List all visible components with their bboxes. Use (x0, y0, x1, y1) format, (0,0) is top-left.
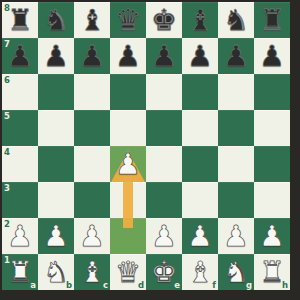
piece-black-rook[interactable]: ♜ (7, 6, 33, 35)
square-d7[interactable]: ♟ (110, 38, 146, 74)
square-d6[interactable] (110, 74, 146, 110)
square-g3[interactable] (218, 182, 254, 218)
piece-white-knight[interactable]: ♞ (43, 258, 69, 287)
piece-white-pawn[interactable]: ♟ (7, 222, 33, 251)
square-e3[interactable] (146, 182, 182, 218)
square-f2[interactable]: ♟ (182, 218, 218, 254)
piece-black-knight[interactable]: ♞ (43, 6, 69, 35)
square-b5[interactable] (38, 110, 74, 146)
square-h5[interactable] (254, 110, 290, 146)
square-e7[interactable]: ♟ (146, 38, 182, 74)
piece-black-pawn[interactable]: ♟ (79, 42, 105, 71)
square-e8[interactable]: ♚ (146, 2, 182, 38)
square-b2[interactable]: ♟ (38, 218, 74, 254)
square-h2[interactable]: ♟ (254, 218, 290, 254)
piece-white-pawn[interactable]: ♟ (79, 222, 105, 251)
piece-white-pawn[interactable]: ♟ (115, 150, 141, 179)
piece-black-pawn[interactable]: ♟ (223, 42, 249, 71)
piece-white-pawn[interactable]: ♟ (223, 222, 249, 251)
square-c3[interactable] (74, 182, 110, 218)
square-c5[interactable] (74, 110, 110, 146)
piece-black-pawn[interactable]: ♟ (43, 42, 69, 71)
square-d4[interactable]: ♟ (110, 146, 146, 182)
square-h4[interactable] (254, 146, 290, 182)
square-a5[interactable]: 5 (2, 110, 38, 146)
square-g4[interactable] (218, 146, 254, 182)
square-h6[interactable] (254, 74, 290, 110)
piece-white-rook[interactable]: ♜ (7, 258, 33, 287)
rank-label-5: 5 (4, 112, 10, 121)
square-a4[interactable]: 4 (2, 146, 38, 182)
square-d3[interactable] (110, 182, 146, 218)
square-b1[interactable]: b♞ (38, 254, 74, 290)
piece-white-pawn[interactable]: ♟ (187, 222, 213, 251)
piece-black-rook[interactable]: ♜ (259, 6, 285, 35)
square-c8[interactable]: ♝ (74, 2, 110, 38)
piece-white-pawn[interactable]: ♟ (259, 222, 285, 251)
square-a8[interactable]: 8♜ (2, 2, 38, 38)
rank-label-4: 4 (4, 148, 10, 157)
piece-white-bishop[interactable]: ♝ (187, 258, 213, 287)
square-b4[interactable] (38, 146, 74, 182)
piece-black-pawn[interactable]: ♟ (151, 42, 177, 71)
square-a3[interactable]: 3 (2, 182, 38, 218)
piece-white-king[interactable]: ♚ (151, 258, 177, 287)
square-f8[interactable]: ♝ (182, 2, 218, 38)
square-e1[interactable]: e♚ (146, 254, 182, 290)
piece-black-pawn[interactable]: ♟ (259, 42, 285, 71)
square-b8[interactable]: ♞ (38, 2, 74, 38)
square-d1[interactable]: d♛ (110, 254, 146, 290)
square-e6[interactable] (146, 74, 182, 110)
square-a7[interactable]: 7♟ (2, 38, 38, 74)
square-g2[interactable]: ♟ (218, 218, 254, 254)
square-c1[interactable]: c♝ (74, 254, 110, 290)
square-c7[interactable]: ♟ (74, 38, 110, 74)
square-b3[interactable] (38, 182, 74, 218)
piece-black-king[interactable]: ♚ (151, 6, 177, 35)
square-g7[interactable]: ♟ (218, 38, 254, 74)
square-c4[interactable] (74, 146, 110, 182)
square-e2[interactable]: ♟ (146, 218, 182, 254)
square-g1[interactable]: g♞ (218, 254, 254, 290)
piece-white-rook[interactable]: ♜ (259, 258, 285, 287)
piece-white-pawn[interactable]: ♟ (43, 222, 69, 251)
piece-black-bishop[interactable]: ♝ (79, 6, 105, 35)
square-f5[interactable] (182, 110, 218, 146)
board-grid: 8♜♞♝♛♚♝♞♜7♟♟♟♟♟♟♟♟654♟32♟♟♟♟♟♟♟1a♜b♞c♝d♛… (2, 2, 290, 290)
square-d2[interactable] (110, 218, 146, 254)
piece-white-knight[interactable]: ♞ (223, 258, 249, 287)
square-h8[interactable]: ♜ (254, 2, 290, 38)
piece-black-bishop[interactable]: ♝ (187, 6, 213, 35)
piece-black-knight[interactable]: ♞ (223, 6, 249, 35)
square-a2[interactable]: 2♟ (2, 218, 38, 254)
square-c6[interactable] (74, 74, 110, 110)
piece-black-pawn[interactable]: ♟ (115, 42, 141, 71)
square-a6[interactable]: 6 (2, 74, 38, 110)
rank-label-6: 6 (4, 76, 10, 85)
square-e4[interactable] (146, 146, 182, 182)
square-g6[interactable] (218, 74, 254, 110)
square-f1[interactable]: f♝ (182, 254, 218, 290)
square-h3[interactable] (254, 182, 290, 218)
square-g8[interactable]: ♞ (218, 2, 254, 38)
rank-label-3: 3 (4, 184, 10, 193)
square-f3[interactable] (182, 182, 218, 218)
chess-app-frame: 8♜♞♝♛♚♝♞♜7♟♟♟♟♟♟♟♟654♟32♟♟♟♟♟♟♟1a♜b♞c♝d♛… (0, 0, 300, 300)
piece-white-pawn[interactable]: ♟ (151, 222, 177, 251)
piece-black-pawn[interactable]: ♟ (187, 42, 213, 71)
piece-black-pawn[interactable]: ♟ (7, 42, 33, 71)
square-b6[interactable] (38, 74, 74, 110)
square-e5[interactable] (146, 110, 182, 146)
square-h1[interactable]: h♜ (254, 254, 290, 290)
piece-black-queen[interactable]: ♛ (115, 6, 141, 35)
square-d8[interactable]: ♛ (110, 2, 146, 38)
square-h7[interactable]: ♟ (254, 38, 290, 74)
piece-white-queen[interactable]: ♛ (115, 258, 141, 287)
square-a1[interactable]: 1a♜ (2, 254, 38, 290)
square-f4[interactable] (182, 146, 218, 182)
chess-board: 8♜♞♝♛♚♝♞♜7♟♟♟♟♟♟♟♟654♟32♟♟♟♟♟♟♟1a♜b♞c♝d♛… (2, 2, 290, 290)
square-c2[interactable]: ♟ (74, 218, 110, 254)
piece-white-bishop[interactable]: ♝ (79, 258, 105, 287)
square-d5[interactable] (110, 110, 146, 146)
square-f7[interactable]: ♟ (182, 38, 218, 74)
square-b7[interactable]: ♟ (38, 38, 74, 74)
square-f6[interactable] (182, 74, 218, 110)
square-g5[interactable] (218, 110, 254, 146)
